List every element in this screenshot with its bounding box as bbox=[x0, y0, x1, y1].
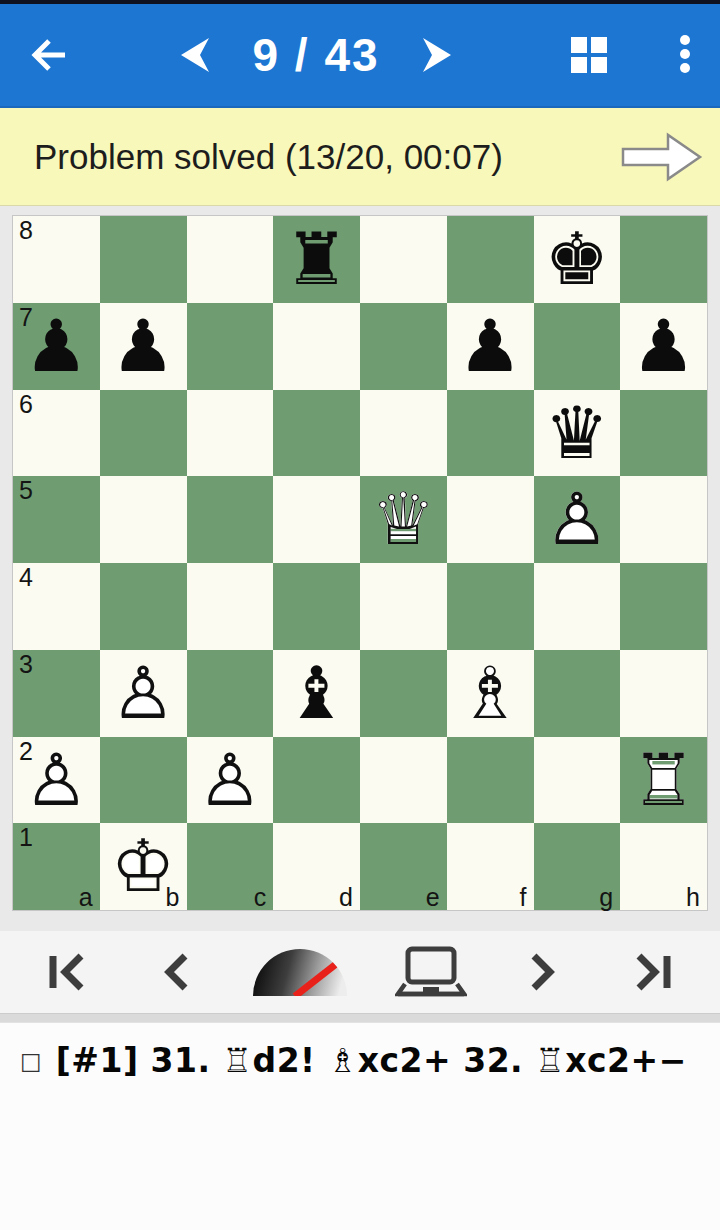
square-g4[interactable] bbox=[534, 563, 621, 650]
square-a2[interactable]: 2♟♙ bbox=[13, 737, 100, 824]
square-d2[interactable] bbox=[273, 737, 360, 824]
square-h5[interactable] bbox=[620, 476, 707, 563]
black-pawn[interactable]: ♟ bbox=[13, 303, 100, 390]
rank-label-1: 1 bbox=[19, 824, 33, 851]
prev-move-button[interactable] bbox=[145, 942, 205, 1002]
square-e8[interactable] bbox=[360, 216, 447, 303]
next-problem-arrow-button[interactable] bbox=[620, 129, 704, 185]
last-move-button[interactable] bbox=[622, 942, 682, 1002]
square-g3[interactable] bbox=[534, 650, 621, 737]
gauge-icon bbox=[253, 949, 347, 996]
overflow-menu-button[interactable] bbox=[668, 35, 702, 75]
move-navigation-bar bbox=[0, 931, 720, 1013]
white-pawn[interactable]: ♟♙ bbox=[187, 737, 274, 824]
square-d1[interactable]: d bbox=[273, 823, 360, 910]
square-a3[interactable]: 3 bbox=[13, 650, 100, 737]
white-pawn[interactable]: ♟♙ bbox=[100, 650, 187, 737]
rank-label-3: 3 bbox=[19, 651, 33, 678]
rank-label-8: 8 bbox=[19, 217, 33, 244]
white-rook[interactable]: ♜♖ bbox=[620, 737, 707, 824]
skip-to-end-icon bbox=[631, 952, 673, 992]
grid-view-icon bbox=[569, 35, 609, 75]
first-move-button[interactable] bbox=[38, 942, 98, 1002]
back-button[interactable] bbox=[26, 32, 72, 78]
engine-button[interactable] bbox=[395, 942, 467, 1002]
square-e2[interactable] bbox=[360, 737, 447, 824]
chevron-right-icon bbox=[421, 36, 453, 74]
black-pawn[interactable]: ♟ bbox=[620, 303, 707, 390]
back-arrow-icon bbox=[27, 33, 71, 77]
square-h3[interactable] bbox=[620, 650, 707, 737]
square-f6[interactable] bbox=[447, 390, 534, 477]
square-c3[interactable] bbox=[187, 650, 274, 737]
square-b5[interactable] bbox=[100, 476, 187, 563]
rank-label-6: 6 bbox=[19, 391, 33, 418]
laptop-icon bbox=[395, 946, 467, 998]
square-b2[interactable] bbox=[100, 737, 187, 824]
square-e3[interactable] bbox=[360, 650, 447, 737]
black-bishop[interactable]: ♝ bbox=[273, 650, 360, 737]
square-b3[interactable]: ♟♙ bbox=[100, 650, 187, 737]
square-d5[interactable] bbox=[273, 476, 360, 563]
white-king[interactable]: ♚♔ bbox=[100, 823, 187, 910]
square-f7[interactable]: ♟ bbox=[447, 303, 534, 390]
square-h8[interactable] bbox=[620, 216, 707, 303]
square-a6[interactable]: 6 bbox=[13, 390, 100, 477]
square-c1[interactable]: c bbox=[187, 823, 274, 910]
white-to-move-marker: □ bbox=[20, 1048, 42, 1074]
square-e5[interactable]: ♛♕ bbox=[360, 476, 447, 563]
square-g7[interactable] bbox=[534, 303, 621, 390]
square-e6[interactable] bbox=[360, 390, 447, 477]
next-problem-button[interactable] bbox=[420, 35, 454, 75]
square-a7[interactable]: 7♟ bbox=[13, 303, 100, 390]
file-label-c: c bbox=[254, 884, 267, 911]
evaluation-button[interactable] bbox=[253, 942, 347, 1002]
status-banner: Problem solved (13/20, 00:07) bbox=[0, 108, 720, 206]
square-e4[interactable] bbox=[360, 563, 447, 650]
black-king[interactable]: ♚ bbox=[534, 216, 621, 303]
square-b4[interactable] bbox=[100, 563, 187, 650]
overflow-menu-icon bbox=[679, 35, 691, 75]
square-c2[interactable]: ♟♙ bbox=[187, 737, 274, 824]
solution-moves[interactable]: [#1] 31. ♖d2! ♗xc2+ 32. ♖xc2+− bbox=[56, 1041, 687, 1080]
square-c4[interactable] bbox=[187, 563, 274, 650]
section-divider bbox=[0, 1013, 720, 1023]
file-label-e: e bbox=[426, 884, 440, 911]
skip-to-start-icon bbox=[47, 952, 89, 992]
square-f2[interactable] bbox=[447, 737, 534, 824]
square-a8[interactable]: 8 bbox=[13, 216, 100, 303]
black-pawn[interactable]: ♟ bbox=[447, 303, 534, 390]
black-queen[interactable]: ♛ bbox=[534, 390, 621, 477]
square-b6[interactable] bbox=[100, 390, 187, 477]
notation-area: □ [#1] 31. ♖d2! ♗xc2+ 32. ♖xc2+− bbox=[0, 1023, 720, 1230]
square-d6[interactable] bbox=[273, 390, 360, 477]
square-a4[interactable]: 4 bbox=[13, 563, 100, 650]
square-b1[interactable]: b♚♔ bbox=[100, 823, 187, 910]
square-b7[interactable]: ♟ bbox=[100, 303, 187, 390]
app-toolbar: 9 / 43 bbox=[0, 4, 720, 108]
file-label-h: h bbox=[686, 884, 700, 911]
square-d3[interactable]: ♝ bbox=[273, 650, 360, 737]
square-h2[interactable]: ♜♖ bbox=[620, 737, 707, 824]
square-f8[interactable] bbox=[447, 216, 534, 303]
board-area: 8♜♚7♟♟♟♟6♛5♛♕♟♙43♟♙♝♝♗2♟♙♟♙♜♖1ab♚♔cdefgh bbox=[0, 206, 720, 931]
chevron-left-icon bbox=[161, 952, 189, 992]
square-h4[interactable] bbox=[620, 563, 707, 650]
square-d4[interactable] bbox=[273, 563, 360, 650]
file-label-d: d bbox=[339, 884, 353, 911]
square-h1[interactable]: h bbox=[620, 823, 707, 910]
prev-problem-button[interactable] bbox=[178, 35, 212, 75]
square-d8[interactable]: ♜ bbox=[273, 216, 360, 303]
square-f5[interactable] bbox=[447, 476, 534, 563]
square-a5[interactable]: 5 bbox=[13, 476, 100, 563]
square-c6[interactable] bbox=[187, 390, 274, 477]
white-queen[interactable]: ♛♕ bbox=[360, 476, 447, 563]
square-c8[interactable] bbox=[187, 216, 274, 303]
square-f3[interactable]: ♝♗ bbox=[447, 650, 534, 737]
problem-list-button[interactable] bbox=[572, 35, 606, 75]
square-e7[interactable] bbox=[360, 303, 447, 390]
solution-line: □ [#1] 31. ♖d2! ♗xc2+ 32. ♖xc2+− bbox=[20, 1041, 720, 1080]
square-g6[interactable]: ♛ bbox=[534, 390, 621, 477]
status-banner-text: Problem solved (13/20, 00:07) bbox=[34, 137, 503, 177]
square-f4[interactable] bbox=[447, 563, 534, 650]
black-pawn[interactable]: ♟ bbox=[100, 303, 187, 390]
chevron-right-icon bbox=[530, 952, 558, 992]
square-g8[interactable]: ♚ bbox=[534, 216, 621, 303]
square-h7[interactable]: ♟ bbox=[620, 303, 707, 390]
chess-board: 8♜♚7♟♟♟♟6♛5♛♕♟♙43♟♙♝♝♗2♟♙♟♙♜♖1ab♚♔cdefgh bbox=[12, 215, 708, 911]
file-label-f: f bbox=[520, 884, 527, 911]
square-g1[interactable]: g bbox=[534, 823, 621, 910]
file-label-a: a bbox=[79, 884, 93, 911]
white-pawn[interactable]: ♟♙ bbox=[13, 737, 100, 824]
file-label-g: g bbox=[599, 884, 613, 911]
white-bishop[interactable]: ♝♗ bbox=[447, 650, 534, 737]
rank-label-5: 5 bbox=[19, 477, 33, 504]
square-e1[interactable]: e bbox=[360, 823, 447, 910]
square-d7[interactable] bbox=[273, 303, 360, 390]
square-b8[interactable] bbox=[100, 216, 187, 303]
rank-label-4: 4 bbox=[19, 564, 33, 591]
square-g2[interactable] bbox=[534, 737, 621, 824]
square-f1[interactable]: f bbox=[447, 823, 534, 910]
problem-counter: 9 / 43 bbox=[252, 28, 379, 82]
square-a1[interactable]: 1a bbox=[13, 823, 100, 910]
right-arrow-icon bbox=[620, 129, 704, 185]
square-c5[interactable] bbox=[187, 476, 274, 563]
square-g5[interactable]: ♟♙ bbox=[534, 476, 621, 563]
black-rook[interactable]: ♜ bbox=[273, 216, 360, 303]
chevron-left-icon bbox=[179, 36, 211, 74]
square-c7[interactable] bbox=[187, 303, 274, 390]
white-pawn[interactable]: ♟♙ bbox=[534, 476, 621, 563]
next-move-button[interactable] bbox=[514, 942, 574, 1002]
square-h6[interactable] bbox=[620, 390, 707, 477]
